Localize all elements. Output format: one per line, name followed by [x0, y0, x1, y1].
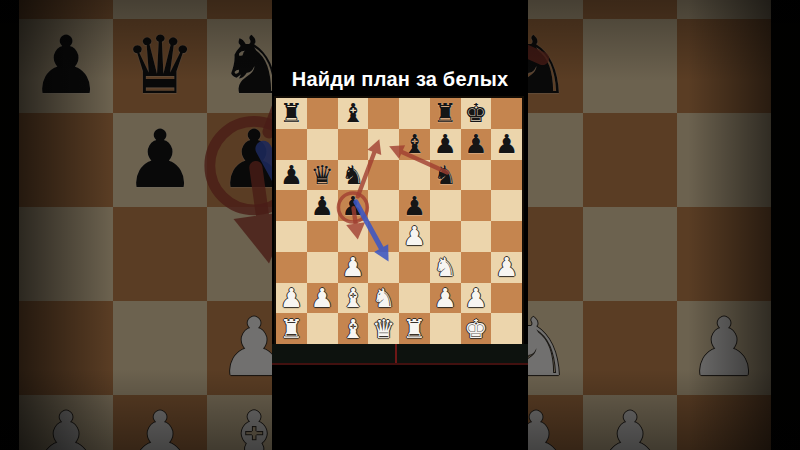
- piece-black-pawn-h7: ♟: [491, 129, 522, 160]
- square-d8: [368, 98, 399, 129]
- piece-black-rook-f8: ♜: [430, 98, 461, 129]
- square-f7: ♟: [430, 129, 461, 160]
- square-e8: [399, 98, 430, 129]
- piece-white-pawn-a2: ♟: [276, 283, 307, 314]
- square-a2: ♟: [276, 283, 307, 314]
- square-b7: [307, 129, 338, 160]
- square-h4: [491, 221, 522, 252]
- square-e3: [399, 252, 430, 283]
- piece-black-pawn-f7: ♟: [430, 129, 461, 160]
- piece-white-pawn-g2: ♟: [461, 283, 492, 314]
- bottom-bar-red-divider: [395, 344, 397, 363]
- piece-black-knight-c6: ♞: [338, 160, 369, 191]
- piece-black-king-g8: ♚: [461, 98, 492, 129]
- square-c3: ♟: [338, 252, 369, 283]
- square-c7: [338, 129, 369, 160]
- square-b1: [307, 313, 338, 344]
- square-b2: ♟: [307, 283, 338, 314]
- square-d2: ♞: [368, 283, 399, 314]
- square-f3: ♞: [430, 252, 461, 283]
- square-a7: [276, 129, 307, 160]
- square-f2: ♟: [430, 283, 461, 314]
- piece-black-bishop-c8: ♝: [338, 98, 369, 129]
- square-d5: [368, 190, 399, 221]
- square-h5: [491, 190, 522, 221]
- square-d7: [368, 129, 399, 160]
- video-strip[interactable]: Найди план за белых ♜♝♜♚♝♟♟♟♟♛♞♞♟♟♟♟♟♞♟♟…: [272, 0, 528, 450]
- square-a3: [276, 252, 307, 283]
- square-g7: ♟: [461, 129, 492, 160]
- piece-black-pawn-b5: ♟: [307, 190, 338, 221]
- piece-black-rook-a8: ♜: [276, 98, 307, 129]
- piece-white-bishop-c1: ♝: [338, 313, 369, 344]
- square-a5: [276, 190, 307, 221]
- square-e4: ♟: [399, 221, 430, 252]
- piece-black-pawn-c5: ♟: [338, 190, 369, 221]
- square-a8: ♜: [276, 98, 307, 129]
- square-e1: ♜: [399, 313, 430, 344]
- square-g5: [461, 190, 492, 221]
- square-c5: ♟: [338, 190, 369, 221]
- chess-board: ♜♝♜♚♝♟♟♟♟♛♞♞♟♟♟♟♟♞♟♟♟♝♞♟♟♜♝♛♜♚: [276, 98, 522, 344]
- square-f4: [430, 221, 461, 252]
- piece-white-rook-e1: ♜: [399, 313, 430, 344]
- square-b4: [307, 221, 338, 252]
- square-d6: [368, 160, 399, 191]
- square-a4: [276, 221, 307, 252]
- square-g1: ♚: [461, 313, 492, 344]
- piece-black-knight-f6: ♞: [430, 160, 461, 191]
- square-f6: ♞: [430, 160, 461, 191]
- square-h2: [491, 283, 522, 314]
- square-g6: [461, 160, 492, 191]
- square-b6: ♛: [307, 160, 338, 191]
- square-d4: [368, 221, 399, 252]
- piece-black-bishop-e7: ♝: [399, 129, 430, 160]
- piece-white-pawn-h3: ♟: [491, 252, 522, 283]
- square-e7: ♝: [399, 129, 430, 160]
- square-g3: [461, 252, 492, 283]
- piece-white-rook-a1: ♜: [276, 313, 307, 344]
- square-c2: ♝: [338, 283, 369, 314]
- piece-black-queen-b6: ♛: [307, 160, 338, 191]
- square-b8: [307, 98, 338, 129]
- square-f1: [430, 313, 461, 344]
- square-f8: ♜: [430, 98, 461, 129]
- square-d1: ♛: [368, 313, 399, 344]
- square-e5: ♟: [399, 190, 430, 221]
- square-a1: ♜: [276, 313, 307, 344]
- square-h3: ♟: [491, 252, 522, 283]
- square-f5: [430, 190, 461, 221]
- square-c1: ♝: [338, 313, 369, 344]
- square-b5: ♟: [307, 190, 338, 221]
- square-h8: [491, 98, 522, 129]
- piece-white-knight-d2: ♞: [368, 283, 399, 314]
- square-b3: [307, 252, 338, 283]
- piece-black-pawn-e5: ♟: [399, 190, 430, 221]
- piece-white-bishop-c2: ♝: [338, 283, 369, 314]
- piece-white-pawn-e4: ♟: [399, 221, 430, 252]
- square-g8: ♚: [461, 98, 492, 129]
- square-c8: ♝: [338, 98, 369, 129]
- piece-white-pawn-b2: ♟: [307, 283, 338, 314]
- square-c4: [338, 221, 369, 252]
- piece-white-queen-d1: ♛: [368, 313, 399, 344]
- piece-white-knight-f3: ♞: [430, 252, 461, 283]
- square-a6: ♟: [276, 160, 307, 191]
- bottom-bar: [272, 344, 528, 365]
- piece-black-pawn-a6: ♟: [276, 160, 307, 191]
- square-g2: ♟: [461, 283, 492, 314]
- piece-black-pawn-g7: ♟: [461, 129, 492, 160]
- piece-white-pawn-f2: ♟: [430, 283, 461, 314]
- square-e6: [399, 160, 430, 191]
- square-d3: [368, 252, 399, 283]
- square-h7: ♟: [491, 129, 522, 160]
- square-e2: [399, 283, 430, 314]
- piece-white-pawn-c3: ♟: [338, 252, 369, 283]
- square-h1: [491, 313, 522, 344]
- square-g4: [461, 221, 492, 252]
- piece-white-king-g1: ♚: [461, 313, 492, 344]
- video-title: Найди план за белых: [272, 68, 528, 91]
- square-c6: ♞: [338, 160, 369, 191]
- square-h6: [491, 160, 522, 191]
- video-frame: { "video": { "title": "Найди план за бел…: [0, 0, 800, 450]
